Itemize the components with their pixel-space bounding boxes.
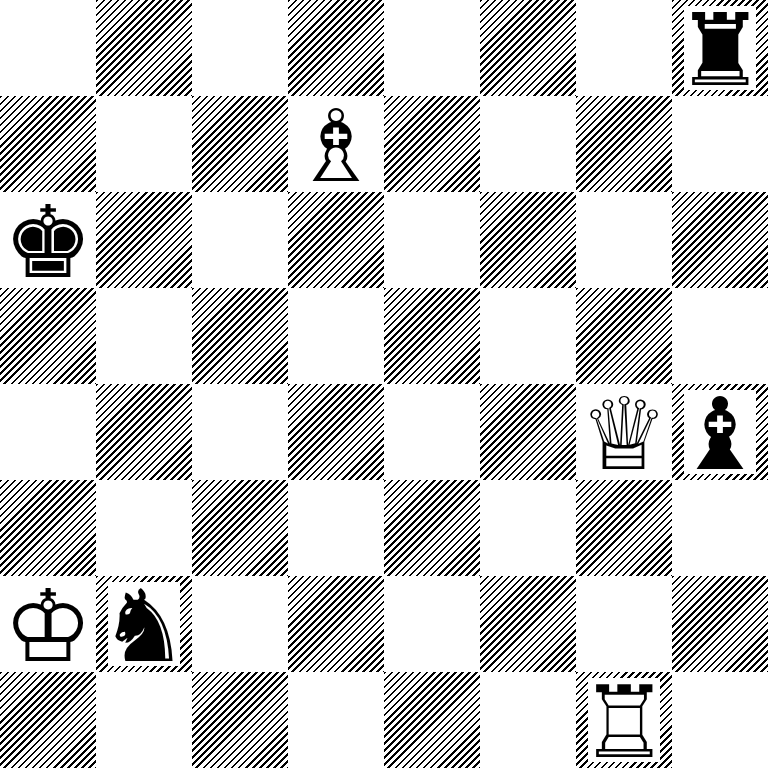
black-rook[interactable]: ♜	[672, 0, 768, 96]
square-c1[interactable]	[192, 672, 288, 768]
square-e1[interactable]	[384, 672, 480, 768]
square-f5[interactable]	[480, 288, 576, 384]
white-queen[interactable]: ♕	[576, 384, 672, 480]
square-b6[interactable]	[96, 192, 192, 288]
square-f2[interactable]	[480, 576, 576, 672]
square-b2[interactable]: ♞	[96, 576, 192, 672]
square-a3[interactable]	[0, 480, 96, 576]
square-h5[interactable]	[672, 288, 768, 384]
square-e2[interactable]	[384, 576, 480, 672]
square-a6[interactable]: ♚	[0, 192, 96, 288]
white-king[interactable]: ♔	[0, 576, 96, 672]
square-h8[interactable]: ♜	[672, 0, 768, 96]
square-c3[interactable]	[192, 480, 288, 576]
square-g5[interactable]	[576, 288, 672, 384]
square-g1[interactable]: ♖	[576, 672, 672, 768]
square-f3[interactable]	[480, 480, 576, 576]
square-c5[interactable]	[192, 288, 288, 384]
square-a2[interactable]: ♔	[0, 576, 96, 672]
square-e3[interactable]	[384, 480, 480, 576]
square-g6[interactable]	[576, 192, 672, 288]
square-f1[interactable]	[480, 672, 576, 768]
square-d7[interactable]: ♗	[288, 96, 384, 192]
square-c8[interactable]	[192, 0, 288, 96]
square-d1[interactable]	[288, 672, 384, 768]
square-b4[interactable]	[96, 384, 192, 480]
square-c2[interactable]	[192, 576, 288, 672]
square-b7[interactable]	[96, 96, 192, 192]
square-g8[interactable]	[576, 0, 672, 96]
square-d2[interactable]	[288, 576, 384, 672]
square-e4[interactable]	[384, 384, 480, 480]
square-e7[interactable]	[384, 96, 480, 192]
square-d4[interactable]	[288, 384, 384, 480]
square-f7[interactable]	[480, 96, 576, 192]
square-f4[interactable]	[480, 384, 576, 480]
square-f6[interactable]	[480, 192, 576, 288]
square-g2[interactable]	[576, 576, 672, 672]
square-d5[interactable]	[288, 288, 384, 384]
square-d6[interactable]	[288, 192, 384, 288]
square-e8[interactable]	[384, 0, 480, 96]
square-a5[interactable]	[0, 288, 96, 384]
white-rook[interactable]: ♖	[576, 672, 672, 768]
square-c4[interactable]	[192, 384, 288, 480]
square-h4[interactable]: ♝	[672, 384, 768, 480]
black-king[interactable]: ♚	[0, 192, 96, 288]
square-b1[interactable]	[96, 672, 192, 768]
square-a8[interactable]	[0, 0, 96, 96]
black-knight[interactable]: ♞	[96, 576, 192, 672]
square-f8[interactable]	[480, 0, 576, 96]
square-h3[interactable]	[672, 480, 768, 576]
black-bishop[interactable]: ♝	[672, 384, 768, 480]
square-b3[interactable]	[96, 480, 192, 576]
square-b5[interactable]	[96, 288, 192, 384]
square-e6[interactable]	[384, 192, 480, 288]
square-h7[interactable]	[672, 96, 768, 192]
square-g7[interactable]	[576, 96, 672, 192]
square-h2[interactable]	[672, 576, 768, 672]
chess-board: ♜♗♚♕♝♔♞♖	[0, 0, 768, 768]
square-e5[interactable]	[384, 288, 480, 384]
square-g4[interactable]: ♕	[576, 384, 672, 480]
square-d8[interactable]	[288, 0, 384, 96]
square-d3[interactable]	[288, 480, 384, 576]
square-c6[interactable]	[192, 192, 288, 288]
square-c7[interactable]	[192, 96, 288, 192]
square-h1[interactable]	[672, 672, 768, 768]
square-a7[interactable]	[0, 96, 96, 192]
square-a4[interactable]	[0, 384, 96, 480]
square-g3[interactable]	[576, 480, 672, 576]
square-b8[interactable]	[96, 0, 192, 96]
square-h6[interactable]	[672, 192, 768, 288]
white-bishop[interactable]: ♗	[288, 96, 384, 192]
square-a1[interactable]	[0, 672, 96, 768]
